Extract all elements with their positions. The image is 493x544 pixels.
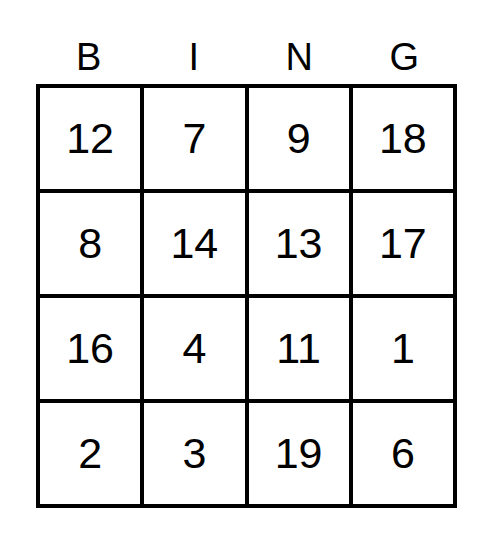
cell-r4c1[interactable]: 2: [40, 403, 140, 504]
column-header-b: B: [36, 30, 141, 84]
column-header-n: N: [247, 30, 352, 84]
cell-r1c4[interactable]: 18: [353, 88, 453, 189]
bingo-grid: 12 7 9 18 8 14 13 17 16 4 11 1 2 3 19 6: [36, 84, 457, 508]
column-header-g: G: [352, 30, 457, 84]
cell-r1c3[interactable]: 9: [249, 88, 349, 189]
cell-r3c3[interactable]: 11: [249, 298, 349, 399]
cell-r3c4[interactable]: 1: [353, 298, 453, 399]
cell-r2c1[interactable]: 8: [40, 193, 140, 294]
cell-r2c4[interactable]: 17: [353, 193, 453, 294]
cell-r4c2[interactable]: 3: [144, 403, 244, 504]
column-header-i: I: [141, 30, 246, 84]
cell-r2c3[interactable]: 13: [249, 193, 349, 294]
cell-r2c2[interactable]: 14: [144, 193, 244, 294]
cell-r4c3[interactable]: 19: [249, 403, 349, 504]
cell-r1c1[interactable]: 12: [40, 88, 140, 189]
cell-r3c1[interactable]: 16: [40, 298, 140, 399]
cell-r3c2[interactable]: 4: [144, 298, 244, 399]
cell-r4c4[interactable]: 6: [353, 403, 453, 504]
bingo-board: B I N G 12 7 9 18 8 14 13 17 16 4 11 1 2…: [36, 30, 457, 508]
bingo-header-row: B I N G: [36, 30, 457, 84]
cell-r1c2[interactable]: 7: [144, 88, 244, 189]
